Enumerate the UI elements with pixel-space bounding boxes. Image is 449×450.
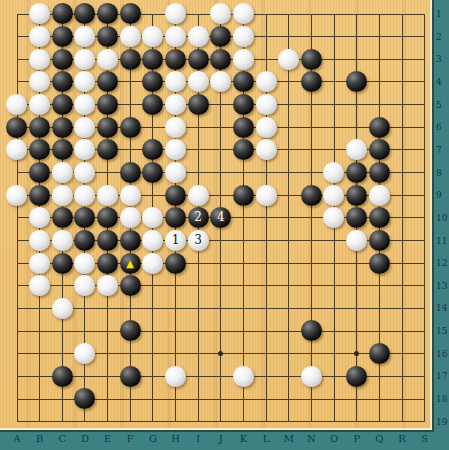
- intersection-S7[interactable]: [413, 139, 436, 162]
- intersection-N1[interactable]: [300, 3, 323, 26]
- intersection-R17[interactable]: [391, 365, 414, 388]
- intersection-Q10[interactable]: [368, 206, 391, 229]
- intersection-K15[interactable]: [232, 320, 255, 343]
- intersection-F10[interactable]: [119, 206, 142, 229]
- intersection-L2[interactable]: [255, 25, 278, 48]
- intersection-J19[interactable]: [209, 410, 232, 433]
- intersection-H14[interactable]: [164, 297, 187, 320]
- intersection-D15[interactable]: [74, 320, 97, 343]
- intersection-K14[interactable]: [232, 297, 255, 320]
- intersection-A1[interactable]: [6, 3, 29, 26]
- intersection-O11[interactable]: [323, 229, 346, 252]
- intersection-J15[interactable]: [209, 320, 232, 343]
- intersection-L4[interactable]: [255, 71, 278, 94]
- intersection-E19[interactable]: [96, 410, 119, 433]
- intersection-M16[interactable]: [277, 342, 300, 365]
- intersection-N15[interactable]: [300, 320, 323, 343]
- intersection-F14[interactable]: [119, 297, 142, 320]
- intersection-G17[interactable]: [142, 365, 165, 388]
- intersection-H1[interactable]: [164, 3, 187, 26]
- intersection-K17[interactable]: [232, 365, 255, 388]
- intersection-P18[interactable]: [345, 388, 368, 411]
- intersection-I12[interactable]: [187, 252, 210, 275]
- intersection-P14[interactable]: [345, 297, 368, 320]
- intersection-P5[interactable]: [345, 93, 368, 116]
- intersection-M17[interactable]: [277, 365, 300, 388]
- intersection-R13[interactable]: [391, 274, 414, 297]
- intersection-C6[interactable]: [51, 116, 74, 139]
- intersection-B15[interactable]: [28, 320, 51, 343]
- intersection-H7[interactable]: [164, 139, 187, 162]
- intersection-G11[interactable]: [142, 229, 165, 252]
- intersection-J13[interactable]: [209, 274, 232, 297]
- intersection-L6[interactable]: [255, 116, 278, 139]
- intersection-N14[interactable]: [300, 297, 323, 320]
- intersection-Q3[interactable]: [368, 48, 391, 71]
- intersection-Q14[interactable]: [368, 297, 391, 320]
- intersection-C15[interactable]: [51, 320, 74, 343]
- intersection-R12[interactable]: [391, 252, 414, 275]
- intersection-J6[interactable]: [209, 116, 232, 139]
- intersection-C14[interactable]: [51, 297, 74, 320]
- intersection-M15[interactable]: [277, 320, 300, 343]
- intersection-P11[interactable]: [345, 229, 368, 252]
- intersection-J16[interactable]: [209, 342, 232, 365]
- intersection-H15[interactable]: [164, 320, 187, 343]
- intersection-E12[interactable]: [96, 252, 119, 275]
- intersection-R1[interactable]: [391, 3, 414, 26]
- intersection-N18[interactable]: [300, 388, 323, 411]
- intersection-Q11[interactable]: [368, 229, 391, 252]
- intersection-K3[interactable]: [232, 48, 255, 71]
- intersection-I17[interactable]: [187, 365, 210, 388]
- intersection-Q19[interactable]: [368, 410, 391, 433]
- intersection-L1[interactable]: [255, 3, 278, 26]
- intersection-E3[interactable]: [96, 48, 119, 71]
- intersection-S2[interactable]: [413, 25, 436, 48]
- intersection-K8[interactable]: [232, 161, 255, 184]
- intersection-O3[interactable]: [323, 48, 346, 71]
- intersection-F3[interactable]: [119, 48, 142, 71]
- intersection-K11[interactable]: [232, 229, 255, 252]
- intersection-C2[interactable]: [51, 25, 74, 48]
- intersection-M19[interactable]: [277, 410, 300, 433]
- intersection-R6[interactable]: [391, 116, 414, 139]
- intersection-G14[interactable]: [142, 297, 165, 320]
- intersection-E2[interactable]: [96, 25, 119, 48]
- intersection-F15[interactable]: [119, 320, 142, 343]
- intersection-E1[interactable]: [96, 3, 119, 26]
- intersection-F2[interactable]: [119, 25, 142, 48]
- intersection-F7[interactable]: [119, 139, 142, 162]
- intersection-A9[interactable]: [6, 184, 29, 207]
- intersection-L16[interactable]: [255, 342, 278, 365]
- intersection-D18[interactable]: [74, 388, 97, 411]
- intersection-Q9[interactable]: [368, 184, 391, 207]
- intersection-P7[interactable]: [345, 139, 368, 162]
- intersection-Q8[interactable]: [368, 161, 391, 184]
- intersection-R8[interactable]: [391, 161, 414, 184]
- intersection-H6[interactable]: [164, 116, 187, 139]
- intersection-B12[interactable]: [28, 252, 51, 275]
- intersection-J11[interactable]: [209, 229, 232, 252]
- intersection-A4[interactable]: [6, 71, 29, 94]
- intersection-N16[interactable]: [300, 342, 323, 365]
- intersection-H12[interactable]: [164, 252, 187, 275]
- intersection-F5[interactable]: [119, 93, 142, 116]
- intersection-R9[interactable]: [391, 184, 414, 207]
- intersection-N17[interactable]: [300, 365, 323, 388]
- intersection-I1[interactable]: [187, 3, 210, 26]
- intersection-M9[interactable]: [277, 184, 300, 207]
- intersection-D9[interactable]: [74, 184, 97, 207]
- intersection-D5[interactable]: [74, 93, 97, 116]
- intersection-B3[interactable]: [28, 48, 51, 71]
- intersection-I9[interactable]: [187, 184, 210, 207]
- intersection-F1[interactable]: [119, 3, 142, 26]
- intersection-E9[interactable]: [96, 184, 119, 207]
- intersection-O12[interactable]: [323, 252, 346, 275]
- intersection-L18[interactable]: [255, 388, 278, 411]
- intersection-D10[interactable]: [74, 206, 97, 229]
- intersection-S17[interactable]: [413, 365, 436, 388]
- intersection-A15[interactable]: [6, 320, 29, 343]
- intersection-S8[interactable]: [413, 161, 436, 184]
- intersection-O5[interactable]: [323, 93, 346, 116]
- intersection-D12[interactable]: [74, 252, 97, 275]
- intersection-A6[interactable]: [6, 116, 29, 139]
- intersection-C16[interactable]: [51, 342, 74, 365]
- intersection-J7[interactable]: [209, 139, 232, 162]
- intersection-C7[interactable]: [51, 139, 74, 162]
- intersection-A19[interactable]: [6, 410, 29, 433]
- intersection-I10[interactable]: 2: [187, 206, 210, 229]
- intersection-I16[interactable]: [187, 342, 210, 365]
- intersection-C8[interactable]: [51, 161, 74, 184]
- intersection-R4[interactable]: [391, 71, 414, 94]
- intersection-A7[interactable]: [6, 139, 29, 162]
- intersection-H18[interactable]: [164, 388, 187, 411]
- intersection-G18[interactable]: [142, 388, 165, 411]
- intersection-D16[interactable]: [74, 342, 97, 365]
- intersection-R19[interactable]: [391, 410, 414, 433]
- intersection-M5[interactable]: [277, 93, 300, 116]
- intersection-M12[interactable]: [277, 252, 300, 275]
- intersection-L14[interactable]: [255, 297, 278, 320]
- intersection-O14[interactable]: [323, 297, 346, 320]
- intersection-G3[interactable]: [142, 48, 165, 71]
- intersection-N7[interactable]: [300, 139, 323, 162]
- intersection-A8[interactable]: [6, 161, 29, 184]
- intersection-O2[interactable]: [323, 25, 346, 48]
- intersection-Q2[interactable]: [368, 25, 391, 48]
- intersection-B6[interactable]: [28, 116, 51, 139]
- intersection-F4[interactable]: [119, 71, 142, 94]
- intersection-A13[interactable]: [6, 274, 29, 297]
- intersection-N19[interactable]: [300, 410, 323, 433]
- intersection-S18[interactable]: [413, 388, 436, 411]
- intersection-D2[interactable]: [74, 25, 97, 48]
- intersection-G1[interactable]: [142, 3, 165, 26]
- intersection-J5[interactable]: [209, 93, 232, 116]
- intersection-M10[interactable]: [277, 206, 300, 229]
- intersection-G13[interactable]: [142, 274, 165, 297]
- intersection-F6[interactable]: [119, 116, 142, 139]
- intersection-I5[interactable]: [187, 93, 210, 116]
- intersection-H9[interactable]: [164, 184, 187, 207]
- intersection-N11[interactable]: [300, 229, 323, 252]
- intersection-K7[interactable]: [232, 139, 255, 162]
- intersection-L17[interactable]: [255, 365, 278, 388]
- intersection-H5[interactable]: [164, 93, 187, 116]
- intersection-N3[interactable]: [300, 48, 323, 71]
- intersection-P15[interactable]: [345, 320, 368, 343]
- intersection-D7[interactable]: [74, 139, 97, 162]
- intersection-L19[interactable]: [255, 410, 278, 433]
- intersection-E15[interactable]: [96, 320, 119, 343]
- intersection-S10[interactable]: [413, 206, 436, 229]
- intersection-L13[interactable]: [255, 274, 278, 297]
- intersection-J4[interactable]: [209, 71, 232, 94]
- intersection-S6[interactable]: [413, 116, 436, 139]
- intersection-F16[interactable]: [119, 342, 142, 365]
- intersection-Q12[interactable]: [368, 252, 391, 275]
- intersection-E7[interactable]: [96, 139, 119, 162]
- intersection-E8[interactable]: [96, 161, 119, 184]
- intersection-I11[interactable]: 3: [187, 229, 210, 252]
- intersection-J17[interactable]: [209, 365, 232, 388]
- intersection-R11[interactable]: [391, 229, 414, 252]
- intersection-L15[interactable]: [255, 320, 278, 343]
- intersection-H19[interactable]: [164, 410, 187, 433]
- intersection-G4[interactable]: [142, 71, 165, 94]
- intersection-C11[interactable]: [51, 229, 74, 252]
- intersection-S12[interactable]: [413, 252, 436, 275]
- intersection-M14[interactable]: [277, 297, 300, 320]
- intersection-Q4[interactable]: [368, 71, 391, 94]
- intersection-O6[interactable]: [323, 116, 346, 139]
- intersection-Q7[interactable]: [368, 139, 391, 162]
- intersection-G10[interactable]: [142, 206, 165, 229]
- intersection-J9[interactable]: [209, 184, 232, 207]
- intersection-S19[interactable]: [413, 410, 436, 433]
- intersection-L11[interactable]: [255, 229, 278, 252]
- intersection-K9[interactable]: [232, 184, 255, 207]
- intersection-S4[interactable]: [413, 71, 436, 94]
- intersection-B19[interactable]: [28, 410, 51, 433]
- intersection-N13[interactable]: [300, 274, 323, 297]
- intersection-C19[interactable]: [51, 410, 74, 433]
- intersection-K4[interactable]: [232, 71, 255, 94]
- intersection-D17[interactable]: [74, 365, 97, 388]
- intersection-G16[interactable]: [142, 342, 165, 365]
- intersection-J2[interactable]: [209, 25, 232, 48]
- intersection-G19[interactable]: [142, 410, 165, 433]
- intersection-P19[interactable]: [345, 410, 368, 433]
- intersection-Q16[interactable]: [368, 342, 391, 365]
- intersection-D19[interactable]: [74, 410, 97, 433]
- intersection-N9[interactable]: [300, 184, 323, 207]
- intersection-B4[interactable]: [28, 71, 51, 94]
- intersection-H3[interactable]: [164, 48, 187, 71]
- intersection-P1[interactable]: [345, 3, 368, 26]
- intersection-E16[interactable]: [96, 342, 119, 365]
- intersection-N4[interactable]: [300, 71, 323, 94]
- intersection-N10[interactable]: [300, 206, 323, 229]
- intersection-H16[interactable]: [164, 342, 187, 365]
- intersection-E11[interactable]: [96, 229, 119, 252]
- intersection-C13[interactable]: [51, 274, 74, 297]
- intersection-G5[interactable]: [142, 93, 165, 116]
- intersection-F11[interactable]: [119, 229, 142, 252]
- intersection-P3[interactable]: [345, 48, 368, 71]
- intersection-A17[interactable]: [6, 365, 29, 388]
- intersection-H2[interactable]: [164, 25, 187, 48]
- intersection-O18[interactable]: [323, 388, 346, 411]
- intersection-P6[interactable]: [345, 116, 368, 139]
- intersection-H13[interactable]: [164, 274, 187, 297]
- intersection-C9[interactable]: [51, 184, 74, 207]
- intersection-H8[interactable]: [164, 161, 187, 184]
- intersection-O19[interactable]: [323, 410, 346, 433]
- intersection-P10[interactable]: [345, 206, 368, 229]
- intersection-Q13[interactable]: [368, 274, 391, 297]
- intersection-B9[interactable]: [28, 184, 51, 207]
- intersection-E13[interactable]: [96, 274, 119, 297]
- intersection-Q17[interactable]: [368, 365, 391, 388]
- intersection-P9[interactable]: [345, 184, 368, 207]
- intersection-O13[interactable]: [323, 274, 346, 297]
- intersection-B16[interactable]: [28, 342, 51, 365]
- intersection-B17[interactable]: [28, 365, 51, 388]
- intersection-S9[interactable]: [413, 184, 436, 207]
- intersection-R10[interactable]: [391, 206, 414, 229]
- intersection-F17[interactable]: [119, 365, 142, 388]
- intersection-S15[interactable]: [413, 320, 436, 343]
- intersection-Q5[interactable]: [368, 93, 391, 116]
- intersection-J10[interactable]: 4: [209, 206, 232, 229]
- intersection-N6[interactable]: [300, 116, 323, 139]
- intersection-H10[interactable]: [164, 206, 187, 229]
- intersection-R7[interactable]: [391, 139, 414, 162]
- intersection-A3[interactable]: [6, 48, 29, 71]
- intersection-M8[interactable]: [277, 161, 300, 184]
- intersection-R5[interactable]: [391, 93, 414, 116]
- intersection-A2[interactable]: [6, 25, 29, 48]
- intersection-F8[interactable]: [119, 161, 142, 184]
- intersection-K1[interactable]: [232, 3, 255, 26]
- intersection-B1[interactable]: [28, 3, 51, 26]
- intersection-O4[interactable]: [323, 71, 346, 94]
- intersection-Q15[interactable]: [368, 320, 391, 343]
- intersection-J12[interactable]: [209, 252, 232, 275]
- intersection-I6[interactable]: [187, 116, 210, 139]
- intersection-G2[interactable]: [142, 25, 165, 48]
- intersection-C18[interactable]: [51, 388, 74, 411]
- intersection-K5[interactable]: [232, 93, 255, 116]
- intersection-S3[interactable]: [413, 48, 436, 71]
- intersection-N12[interactable]: [300, 252, 323, 275]
- intersection-R2[interactable]: [391, 25, 414, 48]
- intersection-I7[interactable]: [187, 139, 210, 162]
- intersection-D8[interactable]: [74, 161, 97, 184]
- intersection-G12[interactable]: [142, 252, 165, 275]
- intersection-C4[interactable]: [51, 71, 74, 94]
- intersection-I4[interactable]: [187, 71, 210, 94]
- intersection-P12[interactable]: [345, 252, 368, 275]
- intersection-J3[interactable]: [209, 48, 232, 71]
- intersection-L3[interactable]: [255, 48, 278, 71]
- intersection-M7[interactable]: [277, 139, 300, 162]
- intersection-F18[interactable]: [119, 388, 142, 411]
- intersection-F12[interactable]: ▲: [119, 252, 142, 275]
- intersection-N8[interactable]: [300, 161, 323, 184]
- intersection-S11[interactable]: [413, 229, 436, 252]
- intersection-C12[interactable]: [51, 252, 74, 275]
- intersection-B13[interactable]: [28, 274, 51, 297]
- intersection-D1[interactable]: [74, 3, 97, 26]
- intersection-K18[interactable]: [232, 388, 255, 411]
- intersection-B14[interactable]: [28, 297, 51, 320]
- intersection-S14[interactable]: [413, 297, 436, 320]
- intersection-K16[interactable]: [232, 342, 255, 365]
- intersection-E14[interactable]: [96, 297, 119, 320]
- intersection-G15[interactable]: [142, 320, 165, 343]
- intersection-Q18[interactable]: [368, 388, 391, 411]
- intersection-Q6[interactable]: [368, 116, 391, 139]
- intersection-I15[interactable]: [187, 320, 210, 343]
- intersection-G8[interactable]: [142, 161, 165, 184]
- intersection-P13[interactable]: [345, 274, 368, 297]
- intersection-B10[interactable]: [28, 206, 51, 229]
- intersection-F19[interactable]: [119, 410, 142, 433]
- intersection-O10[interactable]: [323, 206, 346, 229]
- intersection-A11[interactable]: [6, 229, 29, 252]
- intersection-G9[interactable]: [142, 184, 165, 207]
- intersection-M6[interactable]: [277, 116, 300, 139]
- intersection-E17[interactable]: [96, 365, 119, 388]
- intersection-D4[interactable]: [74, 71, 97, 94]
- intersection-D14[interactable]: [74, 297, 97, 320]
- intersection-B8[interactable]: [28, 161, 51, 184]
- intersection-F9[interactable]: [119, 184, 142, 207]
- intersection-L10[interactable]: [255, 206, 278, 229]
- intersection-H11[interactable]: 1: [164, 229, 187, 252]
- intersection-H4[interactable]: [164, 71, 187, 94]
- intersection-M11[interactable]: [277, 229, 300, 252]
- intersection-O9[interactable]: [323, 184, 346, 207]
- intersection-E10[interactable]: [96, 206, 119, 229]
- intersection-D11[interactable]: [74, 229, 97, 252]
- intersection-N5[interactable]: [300, 93, 323, 116]
- intersection-R14[interactable]: [391, 297, 414, 320]
- intersection-I3[interactable]: [187, 48, 210, 71]
- intersection-L7[interactable]: [255, 139, 278, 162]
- intersection-E5[interactable]: [96, 93, 119, 116]
- intersection-I2[interactable]: [187, 25, 210, 48]
- intersection-D3[interactable]: [74, 48, 97, 71]
- intersection-K6[interactable]: [232, 116, 255, 139]
- intersection-P8[interactable]: [345, 161, 368, 184]
- intersection-O7[interactable]: [323, 139, 346, 162]
- intersection-K19[interactable]: [232, 410, 255, 433]
- intersection-R15[interactable]: [391, 320, 414, 343]
- intersection-A5[interactable]: [6, 93, 29, 116]
- intersection-M4[interactable]: [277, 71, 300, 94]
- intersection-C3[interactable]: [51, 48, 74, 71]
- intersection-P16[interactable]: [345, 342, 368, 365]
- intersection-I18[interactable]: [187, 388, 210, 411]
